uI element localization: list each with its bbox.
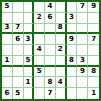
sudoku-cell-r1c3[interactable] <box>24 2 35 13</box>
sudoku-cell-r2c5: 6 <box>45 13 56 24</box>
sudoku-cell-r3c3[interactable] <box>24 24 35 35</box>
sudoku-cell-r5c7[interactable] <box>67 45 78 56</box>
sudoku-cell-r4c5[interactable] <box>45 34 56 45</box>
sudoku-cell-r2c4: 2 <box>34 13 45 24</box>
sudoku-cell-r5c9[interactable] <box>88 45 99 56</box>
sudoku-cell-r1c7[interactable] <box>67 2 78 13</box>
sudoku-cell-r3c5[interactable] <box>45 24 56 35</box>
sudoku-cell-r2c3[interactable] <box>24 13 35 24</box>
sudoku-cell-r6c9[interactable] <box>88 56 99 67</box>
sudoku-cell-r1c5: 4 <box>45 2 56 13</box>
sudoku-cell-r3c9[interactable] <box>88 24 99 35</box>
sudoku-cell-r5c6: 2 <box>56 45 67 56</box>
sudoku-cell-r4c8[interactable] <box>77 34 88 45</box>
sudoku-cell-r4c4[interactable] <box>34 34 45 45</box>
sudoku-cell-r9c4[interactable] <box>34 88 45 99</box>
sudoku-cell-r3c8[interactable] <box>77 24 88 35</box>
sudoku-cell-r7c7[interactable] <box>67 67 78 78</box>
sudoku-cell-r1c1: 5 <box>2 2 13 13</box>
sudoku-cell-r6c5[interactable] <box>45 56 56 67</box>
sudoku-cell-r5c5[interactable] <box>45 45 56 56</box>
sudoku-cell-r8c4[interactable] <box>34 77 45 88</box>
sudoku-cell-r7c3[interactable] <box>24 67 35 78</box>
sudoku-cell-r1c8: 7 <box>77 2 88 13</box>
sudoku-cell-r5c8[interactable] <box>77 45 88 56</box>
sudoku-cell-r1c6[interactable] <box>56 2 67 13</box>
sudoku-cell-r5c3[interactable] <box>24 45 35 56</box>
sudoku-cell-r7c9: 8 <box>88 67 99 78</box>
sudoku-cell-r6c2[interactable] <box>13 56 24 67</box>
sudoku-cell-r1c2[interactable] <box>13 2 24 13</box>
sudoku-cell-r3c2: 7 <box>13 24 24 35</box>
sudoku-cell-r9c5: 7 <box>45 88 56 99</box>
sudoku-cell-r9c2: 5 <box>13 88 24 99</box>
sudoku-cell-r8c1[interactable] <box>2 77 13 88</box>
sudoku-cell-r4c7: 9 <box>67 34 78 45</box>
sudoku-cell-r3c4[interactable] <box>34 24 45 35</box>
sudoku-cell-r8c7[interactable] <box>67 77 78 88</box>
sudoku-cell-r2c2[interactable] <box>13 13 24 24</box>
sudoku-cell-r5c1[interactable] <box>2 45 13 56</box>
sudoku-cell-r3c7[interactable] <box>67 24 78 35</box>
sudoku-cell-r8c8[interactable] <box>77 77 88 88</box>
sudoku-cell-r7c6[interactable] <box>56 67 67 78</box>
sudoku-cell-r9c9: 1 <box>88 88 99 99</box>
sudoku-cell-r1c4[interactable] <box>34 2 45 13</box>
sudoku-cell-r3c1: 3 <box>2 24 13 35</box>
sudoku-cell-r6c7: 8 <box>67 56 78 67</box>
sudoku-cell-r1c9: 9 <box>88 2 99 13</box>
sudoku-cell-r7c1[interactable] <box>2 67 13 78</box>
sudoku-cell-r9c6[interactable] <box>56 88 67 99</box>
sudoku-cell-r8c5: 8 <box>45 77 56 88</box>
sudoku-cell-r9c1: 6 <box>2 88 13 99</box>
sudoku-cell-r5c4: 4 <box>34 45 45 56</box>
sudoku-cell-r6c6[interactable] <box>56 56 67 67</box>
sudoku-cell-r4c1[interactable] <box>2 34 13 45</box>
sudoku-cell-r7c2[interactable] <box>13 67 24 78</box>
sudoku-cell-r7c4: 5 <box>34 67 45 78</box>
sudoku-cell-r9c8[interactable] <box>77 88 88 99</box>
sudoku-cell-r7c8: 9 <box>77 67 88 78</box>
sudoku-cell-r8c3: 1 <box>24 77 35 88</box>
sudoku-board: 547926337863974215835981846571 <box>0 0 101 101</box>
sudoku-cell-r5c2[interactable] <box>13 45 24 56</box>
sudoku-cell-r8c2[interactable] <box>13 77 24 88</box>
sudoku-cell-r2c7: 3 <box>67 13 78 24</box>
sudoku-cell-r7c5[interactable] <box>45 67 56 78</box>
sudoku-cell-r6c8: 3 <box>77 56 88 67</box>
sudoku-cell-r2c8[interactable] <box>77 13 88 24</box>
sudoku-cell-r4c3: 3 <box>24 34 35 45</box>
sudoku-cell-r9c7[interactable] <box>67 88 78 99</box>
sudoku-cell-r4c2: 6 <box>13 34 24 45</box>
sudoku-cell-r6c3: 5 <box>24 56 35 67</box>
sudoku-cell-r2c9[interactable] <box>88 13 99 24</box>
sudoku-cell-r2c1[interactable] <box>2 13 13 24</box>
sudoku-cell-r4c6[interactable] <box>56 34 67 45</box>
sudoku-cell-r4c9: 7 <box>88 34 99 45</box>
sudoku-cell-r3c6: 8 <box>56 24 67 35</box>
sudoku-cell-r6c1: 1 <box>2 56 13 67</box>
sudoku-cell-r8c6: 4 <box>56 77 67 88</box>
sudoku-cell-r9c3[interactable] <box>24 88 35 99</box>
sudoku-cell-r6c4[interactable] <box>34 56 45 67</box>
sudoku-cell-r2c6[interactable] <box>56 13 67 24</box>
sudoku-cell-r8c9[interactable] <box>88 77 99 88</box>
